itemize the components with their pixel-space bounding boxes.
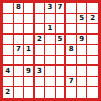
given-digit: 7 xyxy=(69,78,74,85)
given-digit: 1 xyxy=(26,46,31,53)
cell-r8c8[interactable] xyxy=(77,77,88,88)
given-digit: 2 xyxy=(5,89,10,96)
cell-r8c7[interactable]: 7 xyxy=(66,77,77,88)
cell-r4c5[interactable] xyxy=(45,35,56,46)
cell-r4c6[interactable]: 5 xyxy=(56,35,67,46)
cell-r5c6[interactable] xyxy=(56,45,67,56)
given-digit: 2 xyxy=(37,36,42,43)
given-digit: 7 xyxy=(16,46,21,53)
cell-r8c1[interactable] xyxy=(3,77,14,88)
cell-r3c5[interactable]: 1 xyxy=(45,24,56,35)
cell-r4c8[interactable]: 9 xyxy=(77,35,88,46)
cell-r2c6[interactable] xyxy=(56,14,67,25)
cell-r7c1[interactable]: 4 xyxy=(3,66,14,77)
cell-r4c1[interactable] xyxy=(3,35,14,46)
cell-r1c1[interactable] xyxy=(3,3,14,14)
cell-r9c2[interactable] xyxy=(14,87,25,98)
cell-r9c4[interactable] xyxy=(35,87,46,98)
cell-r3c9[interactable] xyxy=(87,24,98,35)
cell-r2c2[interactable] xyxy=(14,14,25,25)
cell-r6c9[interactable] xyxy=(87,56,98,67)
cell-r3c4[interactable] xyxy=(35,24,46,35)
cell-r2c1[interactable] xyxy=(3,14,14,25)
sudoku-board: 83752125971849372 xyxy=(0,0,101,101)
cell-r5c1[interactable] xyxy=(3,45,14,56)
cell-r8c3[interactable] xyxy=(24,77,35,88)
cell-r6c8[interactable] xyxy=(77,56,88,67)
cell-r1c4[interactable] xyxy=(35,3,46,14)
cell-r9c8[interactable] xyxy=(77,87,88,98)
cell-r4c3[interactable] xyxy=(24,35,35,46)
cell-r8c2[interactable] xyxy=(14,77,25,88)
given-digit: 9 xyxy=(79,36,84,43)
cell-r9c5[interactable] xyxy=(45,87,56,98)
cell-r6c5[interactable] xyxy=(45,56,56,67)
cell-r1c8[interactable] xyxy=(77,3,88,14)
given-digit: 3 xyxy=(48,4,53,11)
cell-r4c4[interactable]: 2 xyxy=(35,35,46,46)
cell-r1c2[interactable]: 8 xyxy=(14,3,25,14)
cell-r1c7[interactable] xyxy=(66,3,77,14)
cell-r6c7[interactable] xyxy=(66,56,77,67)
cell-r1c9[interactable] xyxy=(87,3,98,14)
given-digit: 1 xyxy=(48,25,53,32)
cell-r2c9[interactable]: 2 xyxy=(87,14,98,25)
given-digit: 4 xyxy=(5,68,10,75)
cell-r6c6[interactable] xyxy=(56,56,67,67)
cell-r5c5[interactable] xyxy=(45,45,56,56)
cell-r5c4[interactable] xyxy=(35,45,46,56)
cell-r1c6[interactable]: 7 xyxy=(56,3,67,14)
cell-r6c3[interactable] xyxy=(24,56,35,67)
cell-r6c2[interactable] xyxy=(14,56,25,67)
cell-r8c9[interactable] xyxy=(87,77,98,88)
cell-r5c7[interactable]: 8 xyxy=(66,45,77,56)
cell-r2c8[interactable]: 5 xyxy=(77,14,88,25)
cell-r2c3[interactable] xyxy=(24,14,35,25)
cell-r7c4[interactable]: 3 xyxy=(35,66,46,77)
cell-r8c5[interactable] xyxy=(45,77,56,88)
cell-r7c5[interactable] xyxy=(45,66,56,77)
cell-r1c3[interactable] xyxy=(24,3,35,14)
given-digit: 8 xyxy=(69,46,74,53)
given-digit: 5 xyxy=(79,15,84,22)
cell-r9c1[interactable]: 2 xyxy=(3,87,14,98)
cell-r3c3[interactable] xyxy=(24,24,35,35)
cell-r4c2[interactable] xyxy=(14,35,25,46)
cell-r2c4[interactable] xyxy=(35,14,46,25)
cell-r5c9[interactable] xyxy=(87,45,98,56)
cell-r4c9[interactable] xyxy=(87,35,98,46)
cell-r7c2[interactable] xyxy=(14,66,25,77)
cell-r2c5[interactable] xyxy=(45,14,56,25)
cell-r5c3[interactable]: 1 xyxy=(24,45,35,56)
cell-r6c1[interactable] xyxy=(3,56,14,67)
cell-r7c7[interactable] xyxy=(66,66,77,77)
cell-r7c8[interactable] xyxy=(77,66,88,77)
cell-r7c3[interactable]: 9 xyxy=(24,66,35,77)
cell-r9c6[interactable] xyxy=(56,87,67,98)
cell-r8c6[interactable] xyxy=(56,77,67,88)
cell-r3c8[interactable] xyxy=(77,24,88,35)
given-digit: 9 xyxy=(26,68,31,75)
cell-r3c6[interactable] xyxy=(56,24,67,35)
given-digit: 5 xyxy=(58,36,63,43)
cell-r3c7[interactable] xyxy=(66,24,77,35)
given-digit: 2 xyxy=(90,15,95,22)
cell-r1c5[interactable]: 3 xyxy=(45,3,56,14)
cell-r7c9[interactable] xyxy=(87,66,98,77)
cell-r8c4[interactable] xyxy=(35,77,46,88)
cell-r6c4[interactable] xyxy=(35,56,46,67)
cell-r3c1[interactable] xyxy=(3,24,14,35)
cell-r9c3[interactable] xyxy=(24,87,35,98)
cell-r2c7[interactable] xyxy=(66,14,77,25)
given-digit: 3 xyxy=(37,68,42,75)
cell-r5c8[interactable] xyxy=(77,45,88,56)
cell-r4c7[interactable] xyxy=(66,35,77,46)
cell-r3c2[interactable] xyxy=(14,24,25,35)
cell-r9c9[interactable] xyxy=(87,87,98,98)
cell-r9c7[interactable] xyxy=(66,87,77,98)
cell-r7c6[interactable] xyxy=(56,66,67,77)
given-digit: 7 xyxy=(58,4,63,11)
given-digit: 8 xyxy=(16,4,21,11)
cell-r5c2[interactable]: 7 xyxy=(14,45,25,56)
